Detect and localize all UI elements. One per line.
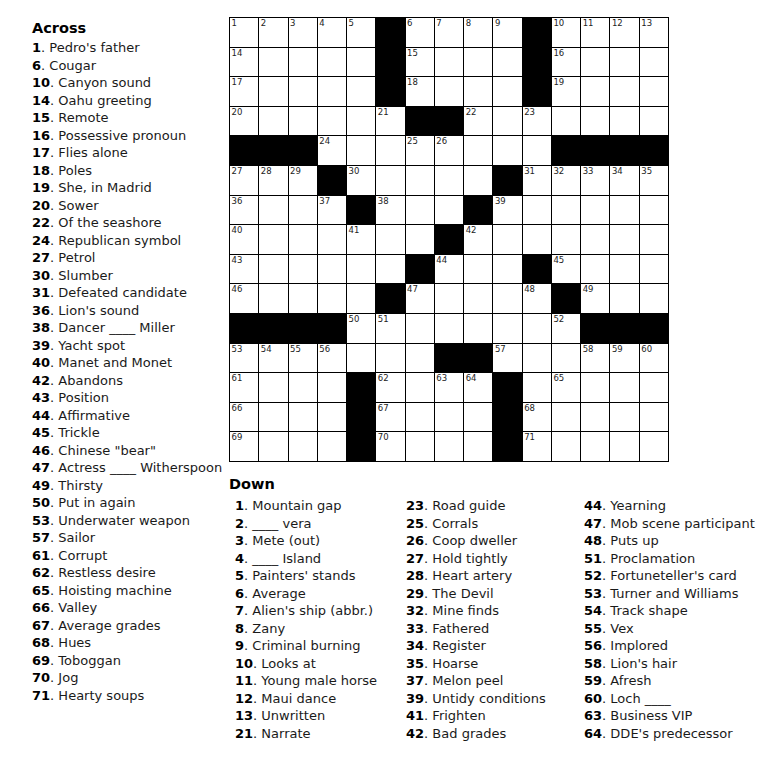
clue-item: 68. Hues bbox=[32, 634, 222, 652]
cell-number: 26 bbox=[436, 136, 447, 146]
cell-number: 21 bbox=[378, 107, 389, 117]
grid-cell[interactable] bbox=[406, 344, 435, 374]
grid-cell[interactable]: 40 bbox=[230, 225, 259, 255]
grid-cell[interactable] bbox=[318, 403, 347, 433]
grid-cell[interactable] bbox=[493, 255, 522, 285]
grid-cell[interactable] bbox=[493, 48, 522, 78]
grid-cell[interactable]: 35 bbox=[640, 166, 669, 196]
clue-number: 43 bbox=[32, 390, 50, 405]
grid-cell[interactable] bbox=[610, 77, 639, 107]
clue-number: 44 bbox=[32, 408, 50, 423]
grid-cell[interactable] bbox=[581, 196, 610, 226]
grid-cell[interactable]: 49 bbox=[581, 284, 610, 314]
grid-cell[interactable] bbox=[581, 432, 610, 462]
grid-cell[interactable]: 26 bbox=[435, 136, 464, 166]
grid-cell[interactable] bbox=[259, 48, 288, 78]
cell-number: 16 bbox=[553, 48, 564, 58]
cell-number: 53 bbox=[232, 344, 243, 354]
grid-cell[interactable]: 45 bbox=[552, 255, 581, 285]
grid-cell[interactable] bbox=[259, 196, 288, 226]
grid-cell[interactable] bbox=[318, 107, 347, 137]
grid-cell[interactable] bbox=[493, 107, 522, 137]
cell-number: 37 bbox=[319, 196, 330, 206]
grid-cell[interactable] bbox=[464, 314, 493, 344]
clue-item: 21. Narrate bbox=[235, 725, 377, 743]
clue-number: 15 bbox=[32, 110, 50, 125]
cell-number: 70 bbox=[378, 432, 389, 442]
clue-number: 44 bbox=[584, 498, 602, 513]
grid-cell[interactable]: 23 bbox=[523, 107, 552, 137]
grid-cell[interactable]: 68 bbox=[523, 403, 552, 433]
grid-cell[interactable] bbox=[289, 432, 318, 462]
grid-cell[interactable]: 65 bbox=[552, 373, 581, 403]
grid-cell[interactable]: 51 bbox=[376, 314, 405, 344]
clue-item: 15. Remote bbox=[32, 109, 222, 127]
clue-number: 66 bbox=[32, 600, 50, 615]
grid-cell[interactable] bbox=[610, 432, 639, 462]
grid-cell[interactable]: 1 bbox=[230, 18, 259, 48]
clue-number: 22 bbox=[32, 215, 50, 230]
grid-cell[interactable]: 7 bbox=[435, 18, 464, 48]
grid-cell[interactable] bbox=[581, 77, 610, 107]
grid-cell[interactable]: 42 bbox=[464, 225, 493, 255]
grid-cell[interactable] bbox=[318, 48, 347, 78]
grid-cell[interactable]: 56 bbox=[318, 344, 347, 374]
block-cell bbox=[493, 166, 522, 196]
grid-cell[interactable] bbox=[289, 196, 318, 226]
grid-cell[interactable] bbox=[318, 77, 347, 107]
grid-cell[interactable] bbox=[493, 225, 522, 255]
grid-cell[interactable]: 44 bbox=[435, 255, 464, 285]
clue-item: 23. Road guide bbox=[406, 497, 546, 515]
grid-cell[interactable]: 57 bbox=[493, 344, 522, 374]
grid-cell[interactable]: 63 bbox=[435, 373, 464, 403]
cell-number: 46 bbox=[232, 284, 243, 294]
grid-cell[interactable] bbox=[464, 166, 493, 196]
block-cell bbox=[376, 284, 405, 314]
grid-cell[interactable] bbox=[464, 255, 493, 285]
grid-cell[interactable] bbox=[259, 403, 288, 433]
grid-cell[interactable] bbox=[552, 432, 581, 462]
grid-cell[interactable] bbox=[289, 77, 318, 107]
clue-item: 51. Proclamation bbox=[584, 550, 755, 568]
cell-number: 63 bbox=[436, 373, 447, 383]
clue-number: 42 bbox=[406, 726, 424, 741]
grid-cell[interactable] bbox=[347, 255, 376, 285]
grid-cell[interactable]: 38 bbox=[376, 196, 405, 226]
block-cell bbox=[376, 77, 405, 107]
clue-number: 51 bbox=[584, 551, 602, 566]
grid-cell[interactable] bbox=[259, 225, 288, 255]
clue-item: 35. Hoarse bbox=[406, 655, 546, 673]
grid-cell[interactable] bbox=[289, 403, 318, 433]
cell-number: 61 bbox=[232, 373, 243, 383]
grid-cell[interactable] bbox=[581, 107, 610, 137]
clue-number: 47 bbox=[32, 460, 50, 475]
grid-cell[interactable]: 24 bbox=[318, 136, 347, 166]
grid-cell[interactable] bbox=[376, 136, 405, 166]
clue-item: 49. Thirsty bbox=[32, 477, 222, 495]
grid-cell[interactable] bbox=[376, 344, 405, 374]
grid-cell[interactable]: 6 bbox=[406, 18, 435, 48]
grid-cell[interactable] bbox=[610, 284, 639, 314]
grid-cell[interactable] bbox=[289, 255, 318, 285]
clue-item: 44. Yearning bbox=[584, 497, 755, 515]
grid-cell[interactable]: 61 bbox=[230, 373, 259, 403]
grid-cell[interactable]: 8 bbox=[464, 18, 493, 48]
grid-cell[interactable]: 12 bbox=[610, 18, 639, 48]
grid-cell[interactable]: 2 bbox=[259, 18, 288, 48]
clue-number: 42 bbox=[32, 373, 50, 388]
clue-item: 1. Mountain gap bbox=[235, 497, 377, 515]
grid-cell[interactable] bbox=[610, 196, 639, 226]
grid-cell[interactable] bbox=[640, 432, 669, 462]
block-cell bbox=[640, 314, 669, 344]
grid-cell[interactable] bbox=[581, 403, 610, 433]
cell-number: 1 bbox=[232, 18, 237, 28]
grid-cell[interactable]: 29 bbox=[289, 166, 318, 196]
grid-cell[interactable] bbox=[435, 196, 464, 226]
clue-item: 53. Turner and Williams bbox=[584, 585, 755, 603]
grid-cell[interactable] bbox=[640, 77, 669, 107]
grid-cell[interactable] bbox=[610, 255, 639, 285]
grid-cell[interactable] bbox=[406, 403, 435, 433]
grid-cell[interactable] bbox=[552, 344, 581, 374]
cell-number: 65 bbox=[553, 373, 564, 383]
clue-number: 33 bbox=[406, 621, 424, 636]
cell-number: 4 bbox=[319, 18, 324, 28]
clue-number: 1 bbox=[32, 40, 41, 55]
clue-number: 70 bbox=[32, 670, 50, 685]
grid-cell[interactable] bbox=[523, 225, 552, 255]
grid-cell[interactable] bbox=[259, 284, 288, 314]
clue-number: 20 bbox=[32, 198, 50, 213]
grid-cell[interactable] bbox=[318, 373, 347, 403]
grid-cell[interactable] bbox=[347, 77, 376, 107]
grid-cell[interactable]: 34 bbox=[610, 166, 639, 196]
clue-item: 6. Cougar bbox=[32, 57, 222, 75]
grid-cell[interactable] bbox=[435, 77, 464, 107]
clue-number: 1 bbox=[235, 498, 244, 513]
grid-cell[interactable]: 13 bbox=[640, 18, 669, 48]
clue-number: 47 bbox=[584, 516, 602, 531]
cell-number: 33 bbox=[583, 166, 594, 176]
grid-cell[interactable]: 11 bbox=[581, 18, 610, 48]
grid-cell[interactable]: 71 bbox=[523, 432, 552, 462]
clue-number: 53 bbox=[584, 586, 602, 601]
clue-item: 44. Affirmative bbox=[32, 407, 222, 425]
grid-cell[interactable] bbox=[552, 225, 581, 255]
grid-cell[interactable]: 14 bbox=[230, 48, 259, 78]
grid-cell[interactable] bbox=[259, 107, 288, 137]
clue-item: 10. Looks at bbox=[235, 655, 377, 673]
grid-cell[interactable] bbox=[289, 225, 318, 255]
cell-number: 6 bbox=[407, 18, 412, 28]
grid-cell[interactable]: 28 bbox=[259, 166, 288, 196]
cell-number: 66 bbox=[232, 403, 243, 413]
grid-cell[interactable] bbox=[347, 48, 376, 78]
block-cell bbox=[289, 136, 318, 166]
grid-cell[interactable] bbox=[640, 48, 669, 78]
grid-cell[interactable]: 3 bbox=[289, 18, 318, 48]
grid-cell[interactable] bbox=[406, 166, 435, 196]
clue-number: 50 bbox=[32, 495, 50, 510]
clue-item: 53. Underwater weapon bbox=[32, 512, 222, 530]
grid-cell[interactable]: 4 bbox=[318, 18, 347, 48]
cell-number: 40 bbox=[232, 225, 243, 235]
grid-cell[interactable]: 52 bbox=[552, 314, 581, 344]
grid-cell[interactable]: 32 bbox=[552, 166, 581, 196]
clue-item: 28. Heart artery bbox=[406, 567, 546, 585]
clue-number: 38 bbox=[32, 320, 50, 335]
clue-item: 8. Zany bbox=[235, 620, 377, 638]
clue-number: 45 bbox=[32, 425, 50, 440]
cell-number: 35 bbox=[641, 166, 652, 176]
grid-cell[interactable] bbox=[552, 196, 581, 226]
grid-cell[interactable]: 25 bbox=[406, 136, 435, 166]
block-cell bbox=[523, 18, 552, 48]
grid-cell[interactable] bbox=[464, 403, 493, 433]
clue-number: 39 bbox=[32, 338, 50, 353]
cell-number: 41 bbox=[349, 225, 360, 235]
clue-item: 26. Coop dweller bbox=[406, 532, 546, 550]
grid-cell[interactable]: 10 bbox=[552, 18, 581, 48]
grid-cell[interactable] bbox=[493, 314, 522, 344]
grid-cell[interactable] bbox=[435, 284, 464, 314]
grid-cell[interactable] bbox=[581, 48, 610, 78]
grid-cell[interactable]: 66 bbox=[230, 403, 259, 433]
block-cell bbox=[523, 255, 552, 285]
grid-cell[interactable]: 64 bbox=[464, 373, 493, 403]
grid-cell[interactable] bbox=[347, 136, 376, 166]
clue-item: 70. Jog bbox=[32, 669, 222, 687]
grid-cell[interactable]: 17 bbox=[230, 77, 259, 107]
grid-cell[interactable] bbox=[640, 403, 669, 433]
grid-cell[interactable] bbox=[610, 403, 639, 433]
grid-cell[interactable] bbox=[376, 255, 405, 285]
grid-cell[interactable] bbox=[435, 432, 464, 462]
block-cell bbox=[318, 166, 347, 196]
grid-cell[interactable] bbox=[435, 166, 464, 196]
grid-cell[interactable] bbox=[259, 373, 288, 403]
clue-number: 25 bbox=[406, 516, 424, 531]
grid-cell[interactable]: 55 bbox=[289, 344, 318, 374]
down-clue-list-col3: 44. Yearning47. Mob scene participant48.… bbox=[584, 497, 755, 742]
clue-number: 17 bbox=[32, 145, 50, 160]
grid-cell[interactable] bbox=[376, 166, 405, 196]
cell-number: 28 bbox=[261, 166, 272, 176]
grid-cell[interactable] bbox=[610, 48, 639, 78]
clue-number: 36 bbox=[32, 303, 50, 318]
grid-cell[interactable] bbox=[581, 373, 610, 403]
grid-cell[interactable] bbox=[581, 225, 610, 255]
clue-item: 27. Hold tightly bbox=[406, 550, 546, 568]
clue-number: 56 bbox=[584, 638, 602, 653]
grid-cell[interactable]: 27 bbox=[230, 166, 259, 196]
grid-cell[interactable]: 37 bbox=[318, 196, 347, 226]
clue-item: 65. Hoisting machine bbox=[32, 582, 222, 600]
grid-cell[interactable]: 21 bbox=[376, 107, 405, 137]
grid-cell[interactable] bbox=[640, 255, 669, 285]
grid-cell[interactable] bbox=[347, 107, 376, 137]
grid-cell[interactable] bbox=[464, 284, 493, 314]
cell-number: 8 bbox=[466, 18, 471, 28]
clue-item: 45. Trickle bbox=[32, 424, 222, 442]
grid-cell[interactable] bbox=[289, 373, 318, 403]
block-cell bbox=[610, 136, 639, 166]
grid-cell[interactable]: 16 bbox=[552, 48, 581, 78]
cell-number: 62 bbox=[378, 373, 389, 383]
grid-cell[interactable]: 30 bbox=[347, 166, 376, 196]
clue-number: 37 bbox=[406, 673, 424, 688]
grid-cell[interactable] bbox=[376, 225, 405, 255]
clue-item: 39. Untidy conditions bbox=[406, 690, 546, 708]
grid-cell[interactable]: 46 bbox=[230, 284, 259, 314]
grid-cell[interactable]: 54 bbox=[259, 344, 288, 374]
grid-cell[interactable] bbox=[259, 432, 288, 462]
cell-number: 68 bbox=[524, 403, 535, 413]
clue-number: 30 bbox=[32, 268, 50, 283]
clue-item: 41. Frighten bbox=[406, 707, 546, 725]
clue-number: 54 bbox=[584, 603, 602, 618]
block-cell bbox=[493, 403, 522, 433]
cell-number: 10 bbox=[553, 18, 564, 28]
grid-cell[interactable]: 47 bbox=[406, 284, 435, 314]
grid-cell[interactable] bbox=[581, 255, 610, 285]
grid-cell[interactable]: 19 bbox=[552, 77, 581, 107]
grid-cell[interactable] bbox=[435, 403, 464, 433]
grid-cell[interactable] bbox=[289, 107, 318, 137]
clue-number: 21 bbox=[235, 726, 253, 741]
grid-cell[interactable] bbox=[523, 136, 552, 166]
clue-number: 26 bbox=[406, 533, 424, 548]
clue-number: 10 bbox=[235, 656, 253, 671]
grid-cell[interactable] bbox=[640, 284, 669, 314]
grid-cell[interactable] bbox=[435, 48, 464, 78]
grid-cell[interactable]: 53 bbox=[230, 344, 259, 374]
grid-cell[interactable]: 48 bbox=[523, 284, 552, 314]
clue-number: 31 bbox=[32, 285, 50, 300]
clue-number: 11 bbox=[235, 673, 253, 688]
grid-cell[interactable] bbox=[523, 314, 552, 344]
cell-number: 25 bbox=[407, 136, 418, 146]
grid-cell[interactable]: 36 bbox=[230, 196, 259, 226]
grid-cell[interactable] bbox=[318, 284, 347, 314]
grid-cell[interactable]: 50 bbox=[347, 314, 376, 344]
grid-cell[interactable]: 60 bbox=[640, 344, 669, 374]
grid-cell[interactable]: 18 bbox=[406, 77, 435, 107]
block-cell bbox=[230, 314, 259, 344]
grid-cell[interactable]: 22 bbox=[464, 107, 493, 137]
grid-cell[interactable] bbox=[406, 225, 435, 255]
clue-number: 18 bbox=[32, 163, 50, 178]
grid-cell[interactable] bbox=[523, 373, 552, 403]
grid-cell[interactable] bbox=[464, 136, 493, 166]
grid-cell[interactable] bbox=[523, 344, 552, 374]
grid-cell[interactable] bbox=[289, 48, 318, 78]
grid-cell[interactable] bbox=[406, 314, 435, 344]
grid-cell[interactable] bbox=[640, 196, 669, 226]
grid-cell[interactable]: 20 bbox=[230, 107, 259, 137]
clue-item: 52. Fortuneteller's card bbox=[584, 567, 755, 585]
grid-cell[interactable] bbox=[259, 77, 288, 107]
grid-cell[interactable] bbox=[552, 403, 581, 433]
cell-number: 11 bbox=[583, 18, 594, 28]
grid-cell[interactable]: 59 bbox=[610, 344, 639, 374]
grid-cell[interactable]: 67 bbox=[376, 403, 405, 433]
grid-cell[interactable] bbox=[493, 136, 522, 166]
grid-cell[interactable]: 39 bbox=[493, 196, 522, 226]
grid-cell[interactable]: 69 bbox=[230, 432, 259, 462]
grid-cell[interactable] bbox=[640, 107, 669, 137]
block-cell bbox=[435, 107, 464, 137]
grid-cell[interactable] bbox=[406, 196, 435, 226]
cell-number: 9 bbox=[495, 18, 500, 28]
clue-item: 48. Puts up bbox=[584, 532, 755, 550]
grid-cell[interactable]: 62 bbox=[376, 373, 405, 403]
grid-cell[interactable] bbox=[289, 284, 318, 314]
across-heading: Across bbox=[32, 20, 86, 36]
block-cell bbox=[610, 314, 639, 344]
grid-cell[interactable] bbox=[318, 432, 347, 462]
grid-cell[interactable] bbox=[318, 225, 347, 255]
grid-cell[interactable] bbox=[347, 284, 376, 314]
block-cell bbox=[435, 344, 464, 374]
grid-cell[interactable] bbox=[464, 77, 493, 107]
grid-cell[interactable] bbox=[610, 373, 639, 403]
grid-cell[interactable]: 15 bbox=[406, 48, 435, 78]
grid-cell[interactable]: 70 bbox=[376, 432, 405, 462]
grid-cell[interactable]: 43 bbox=[230, 255, 259, 285]
grid-cell[interactable] bbox=[552, 107, 581, 137]
grid-cell[interactable] bbox=[406, 373, 435, 403]
cell-number: 43 bbox=[232, 255, 243, 265]
grid-cell[interactable] bbox=[318, 255, 347, 285]
clue-item: 55. Vex bbox=[584, 620, 755, 638]
grid-cell[interactable] bbox=[464, 48, 493, 78]
grid-cell[interactable]: 9 bbox=[493, 18, 522, 48]
grid-cell[interactable] bbox=[523, 196, 552, 226]
grid-cell[interactable] bbox=[259, 255, 288, 285]
clue-number: 52 bbox=[584, 568, 602, 583]
grid-cell[interactable]: 31 bbox=[523, 166, 552, 196]
grid-cell[interactable] bbox=[610, 107, 639, 137]
grid-cell[interactable] bbox=[610, 225, 639, 255]
clue-number: 60 bbox=[584, 691, 602, 706]
grid-cell[interactable]: 33 bbox=[581, 166, 610, 196]
grid-cell[interactable] bbox=[406, 432, 435, 462]
clue-number: 58 bbox=[584, 656, 602, 671]
block-cell bbox=[376, 18, 405, 48]
clue-number: 35 bbox=[406, 656, 424, 671]
cell-number: 69 bbox=[232, 432, 243, 442]
cell-number: 59 bbox=[612, 344, 623, 354]
grid-cell[interactable] bbox=[464, 432, 493, 462]
grid-cell[interactable] bbox=[640, 373, 669, 403]
clue-item: 40. Manet and Monet bbox=[32, 354, 222, 372]
grid-cell[interactable]: 41 bbox=[347, 225, 376, 255]
grid-cell[interactable] bbox=[435, 314, 464, 344]
grid-cell[interactable]: 5 bbox=[347, 18, 376, 48]
clue-item: 12. Maui dance bbox=[235, 690, 377, 708]
clue-number: 7 bbox=[235, 603, 244, 618]
grid-cell[interactable] bbox=[493, 77, 522, 107]
grid-cell[interactable]: 58 bbox=[581, 344, 610, 374]
grid-cell[interactable] bbox=[640, 225, 669, 255]
cell-number: 32 bbox=[553, 166, 564, 176]
grid-cell[interactable] bbox=[493, 284, 522, 314]
grid-cell[interactable] bbox=[347, 344, 376, 374]
